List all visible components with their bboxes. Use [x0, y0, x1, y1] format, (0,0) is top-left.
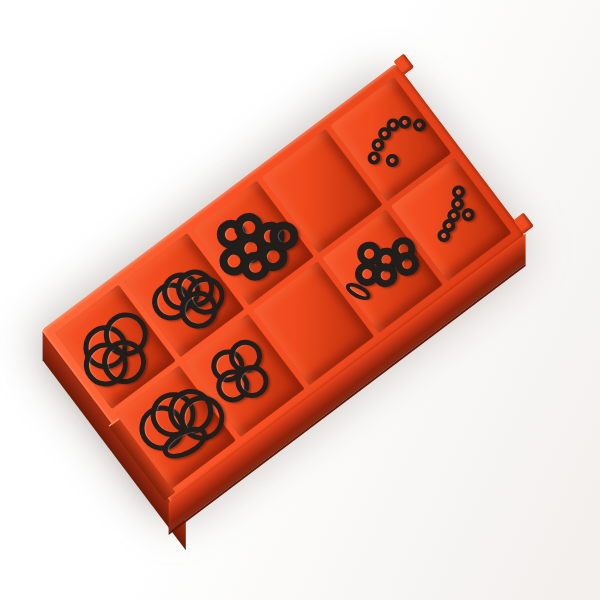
photo-scene — [0, 0, 600, 600]
far-end-latch-tab-right — [513, 213, 534, 234]
far-end-latch-tab-left — [393, 54, 414, 75]
oring-compartment-box — [41, 63, 526, 503]
